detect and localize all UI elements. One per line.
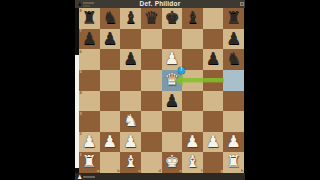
square-d8[interactable]: ♛ xyxy=(141,8,162,29)
square-a6[interactable]: 6 xyxy=(79,49,100,70)
white-king[interactable]: ♚ xyxy=(162,152,183,173)
white-player-name-smudge xyxy=(83,176,95,178)
square-e1[interactable]: e♚ xyxy=(162,152,183,173)
square-d1[interactable]: d xyxy=(141,152,162,173)
square-e4[interactable]: ♟ xyxy=(162,91,183,112)
rank-label-3: 3 xyxy=(80,112,82,116)
black-king[interactable]: ♚ xyxy=(162,8,183,29)
white-rook[interactable]: ♜ xyxy=(79,152,100,173)
square-f1[interactable]: f♝ xyxy=(182,152,203,173)
black-knight[interactable]: ♞ xyxy=(223,49,244,70)
white-pawn[interactable]: ♟ xyxy=(79,132,100,153)
square-b1[interactable]: b xyxy=(100,152,121,173)
white-pawn-icon: ♟ xyxy=(77,174,82,180)
square-c2[interactable]: ♟ xyxy=(120,132,141,153)
white-bishop[interactable]: ♝ xyxy=(120,152,141,173)
black-pawn[interactable]: ♟ xyxy=(203,49,224,70)
rank-label-5: 5 xyxy=(80,70,82,74)
square-g3[interactable] xyxy=(203,111,224,132)
top-player-bar: ♟ Def. Philidor xyxy=(75,0,245,8)
white-pawn[interactable]: ♟ xyxy=(223,132,244,153)
settings-icon[interactable] xyxy=(240,2,244,6)
black-pawn[interactable]: ♟ xyxy=(223,29,244,50)
square-a8[interactable]: 8♜ xyxy=(79,8,100,29)
rank-label-4: 4 xyxy=(80,91,82,95)
square-h5[interactable] xyxy=(223,70,244,91)
square-f2[interactable]: ♟ xyxy=(182,132,203,153)
rank-label-6: 6 xyxy=(80,50,82,54)
square-g5[interactable] xyxy=(203,70,224,91)
square-b6[interactable] xyxy=(100,49,121,70)
square-f8[interactable]: ♝ xyxy=(182,8,203,29)
black-pawn[interactable]: ♟ xyxy=(79,29,100,50)
bottom-player-bar: ♟ xyxy=(75,173,245,180)
white-pawn[interactable]: ♟ xyxy=(182,132,203,153)
video-frame: ♟ Def. Philidor 8♜♞♝♛♚♝♜7♟♟♟6♟♟♟♞5♛4♟3♞2… xyxy=(0,0,320,180)
square-c6[interactable]: ♟ xyxy=(120,49,141,70)
black-rook[interactable]: ♜ xyxy=(79,8,100,29)
square-h2[interactable]: ♟ xyxy=(223,132,244,153)
square-g8[interactable] xyxy=(203,8,224,29)
square-b5[interactable] xyxy=(100,70,121,91)
white-knight[interactable]: ♞ xyxy=(120,111,141,132)
square-e3[interactable] xyxy=(162,111,183,132)
square-g6[interactable]: ♟ xyxy=(203,49,224,70)
square-h8[interactable]: ♜ xyxy=(223,8,244,29)
black-knight[interactable]: ♞ xyxy=(100,8,121,29)
smudge-line xyxy=(83,176,95,178)
board: 8♜♞♝♛♚♝♜7♟♟♟6♟♟♟♞5♛4♟3♞2♟♟♟♟♟♟1a♜bc♝de♚f… xyxy=(79,8,244,173)
square-b7[interactable]: ♟ xyxy=(100,29,121,50)
square-d3[interactable] xyxy=(141,111,162,132)
square-e8[interactable]: ♚ xyxy=(162,8,183,29)
square-d5[interactable] xyxy=(141,70,162,91)
square-b3[interactable] xyxy=(100,111,121,132)
square-b8[interactable]: ♞ xyxy=(100,8,121,29)
square-a1[interactable]: 1a♜ xyxy=(79,152,100,173)
square-f6[interactable] xyxy=(182,49,203,70)
white-rook[interactable]: ♜ xyxy=(223,152,244,173)
black-pawn[interactable]: ♟ xyxy=(100,29,121,50)
white-bishop[interactable]: ♝ xyxy=(182,152,203,173)
square-g1[interactable]: g xyxy=(203,152,224,173)
square-b4[interactable] xyxy=(100,91,121,112)
black-bishop[interactable]: ♝ xyxy=(182,8,203,29)
square-d4[interactable] xyxy=(141,91,162,112)
square-b2[interactable]: ♟ xyxy=(100,132,121,153)
opening-title: Def. Philidor xyxy=(75,0,245,8)
square-f5[interactable] xyxy=(182,70,203,91)
square-c5[interactable] xyxy=(120,70,141,91)
square-a5[interactable]: 5 xyxy=(79,70,100,91)
white-player-chip: ♟ xyxy=(77,173,95,180)
black-queen[interactable]: ♛ xyxy=(141,8,162,29)
white-pawn[interactable]: ♟ xyxy=(100,132,121,153)
square-g7[interactable] xyxy=(203,29,224,50)
chess-app: ♟ Def. Philidor 8♜♞♝♛♚♝♜7♟♟♟6♟♟♟♞5♛4♟3♞2… xyxy=(75,0,245,180)
black-bishop[interactable]: ♝ xyxy=(120,8,141,29)
white-pawn[interactable]: ♟ xyxy=(203,132,224,153)
square-f7[interactable] xyxy=(182,29,203,50)
square-c3[interactable]: ♞ xyxy=(120,111,141,132)
square-d2[interactable] xyxy=(141,132,162,153)
square-a4[interactable]: 4 xyxy=(79,91,100,112)
square-c1[interactable]: c♝ xyxy=(120,152,141,173)
square-d7[interactable] xyxy=(141,29,162,50)
move-annotation-badge: ! xyxy=(178,67,185,74)
square-a3[interactable]: 3 xyxy=(79,111,100,132)
square-e7[interactable] xyxy=(162,29,183,50)
square-f3[interactable] xyxy=(182,111,203,132)
square-e2[interactable] xyxy=(162,132,183,153)
square-h7[interactable]: ♟ xyxy=(223,29,244,50)
black-pawn[interactable]: ♟ xyxy=(162,91,183,112)
square-a2[interactable]: 2♟ xyxy=(79,132,100,153)
white-pawn[interactable]: ♟ xyxy=(120,132,141,153)
square-h4[interactable] xyxy=(223,91,244,112)
square-a7[interactable]: 7♟ xyxy=(79,29,100,50)
square-h3[interactable] xyxy=(223,111,244,132)
square-d6[interactable] xyxy=(141,49,162,70)
square-f4[interactable] xyxy=(182,91,203,112)
square-h1[interactable]: h♜ xyxy=(223,152,244,173)
square-g4[interactable] xyxy=(203,91,224,112)
square-c4[interactable] xyxy=(120,91,141,112)
square-g2[interactable]: ♟ xyxy=(203,132,224,153)
square-c7[interactable] xyxy=(120,29,141,50)
square-c8[interactable]: ♝ xyxy=(120,8,141,29)
square-h6[interactable]: ♞ xyxy=(223,49,244,70)
black-rook[interactable]: ♜ xyxy=(223,8,244,29)
black-pawn[interactable]: ♟ xyxy=(120,49,141,70)
